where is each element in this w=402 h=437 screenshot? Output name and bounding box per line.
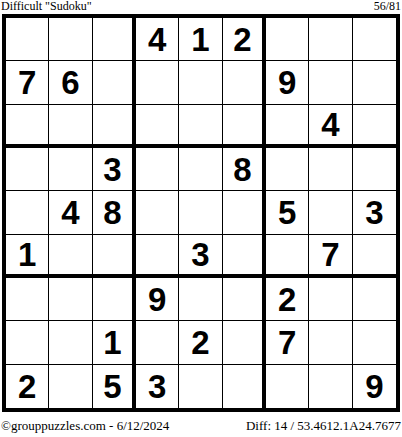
cell-r5c6[interactable]	[223, 191, 266, 234]
cell-r3c8[interactable]: 4	[309, 105, 352, 148]
cell-r7c7[interactable]: 2	[266, 278, 309, 321]
sudoku-board: 4127694384853137921272539	[2, 14, 400, 412]
cell-r8c7[interactable]: 7	[266, 321, 309, 364]
cell-r7c3[interactable]	[93, 278, 136, 321]
cell-r2c1[interactable]: 7	[6, 61, 49, 104]
cell-r8c1[interactable]	[6, 321, 49, 364]
cell-r5c9[interactable]: 3	[353, 191, 396, 234]
cell-r2c4[interactable]	[136, 61, 179, 104]
cell-r9c1[interactable]: 2	[6, 365, 49, 408]
cell-r2c7[interactable]: 9	[266, 61, 309, 104]
cell-r8c9[interactable]	[353, 321, 396, 364]
cell-r1c3[interactable]	[93, 18, 136, 61]
cell-r4c2[interactable]	[49, 148, 92, 191]
cell-r2c8[interactable]	[309, 61, 352, 104]
cell-r6c7[interactable]	[266, 235, 309, 278]
cell-r4c5[interactable]	[179, 148, 222, 191]
cell-r3c7[interactable]	[266, 105, 309, 148]
cell-r2c6[interactable]	[223, 61, 266, 104]
cell-r6c9[interactable]	[353, 235, 396, 278]
cell-r7c4[interactable]: 9	[136, 278, 179, 321]
cell-r8c3[interactable]: 1	[93, 321, 136, 364]
cell-r8c5[interactable]: 2	[179, 321, 222, 364]
cell-r8c2[interactable]	[49, 321, 92, 364]
cell-r8c6[interactable]	[223, 321, 266, 364]
cell-r4c4[interactable]	[136, 148, 179, 191]
cell-r4c6[interactable]: 8	[223, 148, 266, 191]
cell-r1c1[interactable]	[6, 18, 49, 61]
cell-r8c4[interactable]	[136, 321, 179, 364]
cell-r7c5[interactable]	[179, 278, 222, 321]
cell-r7c9[interactable]	[353, 278, 396, 321]
cell-r1c7[interactable]	[266, 18, 309, 61]
cell-r1c8[interactable]	[309, 18, 352, 61]
cell-r3c1[interactable]	[6, 105, 49, 148]
cell-r4c8[interactable]	[309, 148, 352, 191]
cell-r3c4[interactable]	[136, 105, 179, 148]
copyright-text: ©grouppuzzles.com - 6/12/2024	[1, 419, 169, 433]
cell-r3c2[interactable]	[49, 105, 92, 148]
cell-r6c2[interactable]	[49, 235, 92, 278]
difficulty-code: Diff: 14 / 53.4612.1A24.7677	[246, 419, 401, 433]
cell-r3c6[interactable]	[223, 105, 266, 148]
cell-r5c7[interactable]: 5	[266, 191, 309, 234]
cell-r3c9[interactable]	[353, 105, 396, 148]
cell-r6c8[interactable]: 7	[309, 235, 352, 278]
cell-r3c5[interactable]	[179, 105, 222, 148]
sudoku-page: Difficult "Sudoku" 56/81 412769438485313…	[0, 0, 402, 437]
page-header: Difficult "Sudoku" 56/81	[0, 0, 402, 14]
cell-r9c8[interactable]	[309, 365, 352, 408]
cell-r6c3[interactable]	[93, 235, 136, 278]
cell-r4c1[interactable]	[6, 148, 49, 191]
cell-r2c3[interactable]	[93, 61, 136, 104]
cell-r9c2[interactable]	[49, 365, 92, 408]
puzzle-title: Difficult "Sudoku"	[1, 0, 92, 12]
cell-r5c3[interactable]: 8	[93, 191, 136, 234]
cell-r4c7[interactable]	[266, 148, 309, 191]
cell-r7c6[interactable]	[223, 278, 266, 321]
cell-r9c5[interactable]	[179, 365, 222, 408]
cell-r1c4[interactable]: 4	[136, 18, 179, 61]
cell-r6c6[interactable]	[223, 235, 266, 278]
cell-r5c4[interactable]	[136, 191, 179, 234]
cell-r6c1[interactable]: 1	[6, 235, 49, 278]
cell-r9c4[interactable]: 3	[136, 365, 179, 408]
cell-r9c7[interactable]	[266, 365, 309, 408]
cell-r6c4[interactable]	[136, 235, 179, 278]
cell-r8c8[interactable]	[309, 321, 352, 364]
cell-r2c9[interactable]	[353, 61, 396, 104]
cell-r6c5[interactable]: 3	[179, 235, 222, 278]
cell-r1c5[interactable]: 1	[179, 18, 222, 61]
cell-r5c1[interactable]	[6, 191, 49, 234]
cell-r7c1[interactable]	[6, 278, 49, 321]
cell-r4c3[interactable]: 3	[93, 148, 136, 191]
cell-r5c2[interactable]: 4	[49, 191, 92, 234]
cell-r9c9[interactable]: 9	[353, 365, 396, 408]
cell-r3c3[interactable]	[93, 105, 136, 148]
cell-r1c6[interactable]: 2	[223, 18, 266, 61]
cell-r9c6[interactable]	[223, 365, 266, 408]
cell-r2c5[interactable]	[179, 61, 222, 104]
cell-r9c3[interactable]: 5	[93, 365, 136, 408]
cell-r1c2[interactable]	[49, 18, 92, 61]
cell-r4c9[interactable]	[353, 148, 396, 191]
cell-r5c5[interactable]	[179, 191, 222, 234]
cell-r7c2[interactable]	[49, 278, 92, 321]
cell-r5c8[interactable]	[309, 191, 352, 234]
cell-r2c2[interactable]: 6	[49, 61, 92, 104]
cell-r1c9[interactable]	[353, 18, 396, 61]
page-footer: ©grouppuzzles.com - 6/12/2024 Diff: 14 /…	[0, 417, 402, 435]
empty-cell-counter: 56/81	[374, 0, 401, 12]
cell-r7c8[interactable]	[309, 278, 352, 321]
